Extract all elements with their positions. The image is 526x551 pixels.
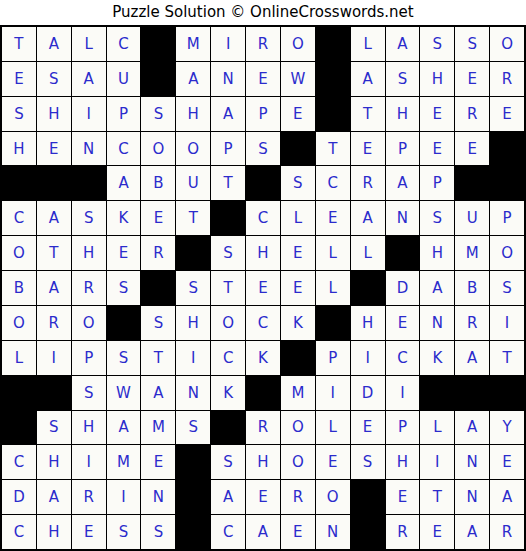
block-cell [2,166,36,200]
letter-cell: P [420,166,454,200]
letter-cell: A [455,341,489,375]
letter-cell: A [37,480,71,514]
letter-cell: L [420,411,454,445]
letter-cell: E [72,515,106,549]
letter-cell: N [316,515,350,549]
block-cell [351,515,385,549]
letter-cell: R [386,515,420,549]
block-cell [141,62,175,96]
letter-cell: C [2,445,36,479]
letter-cell: R [141,236,175,270]
letter-cell: B [455,271,489,305]
letter-cell: A [107,411,141,445]
letter-cell: N [386,201,420,235]
letter-cell: R [490,515,524,549]
letter-cell: E [246,62,280,96]
letter-cell: P [490,201,524,235]
letter-cell: L [316,271,350,305]
letter-cell: S [72,376,106,410]
letter-cell: I [211,27,245,61]
letter-cell: S [176,271,210,305]
letter-cell: N [455,445,489,479]
letter-cell: I [420,445,454,479]
letter-cell: P [386,132,420,166]
letter-cell: S [420,27,454,61]
letter-cell: R [455,306,489,340]
letter-cell: R [72,480,106,514]
letter-cell: P [107,97,141,131]
letter-cell: E [351,411,385,445]
letter-cell: N [176,376,210,410]
letter-cell: E [490,445,524,479]
block-cell [490,376,524,410]
letter-cell: E [420,97,454,131]
letter-cell: A [107,166,141,200]
letter-cell: H [420,236,454,270]
letter-cell: A [37,201,71,235]
block-cell [2,376,36,410]
letter-cell: A [490,480,524,514]
letter-cell: A [351,62,385,96]
letter-cell: B [2,271,36,305]
letter-cell: H [246,445,280,479]
letter-cell: S [386,62,420,96]
letter-cell: C [246,306,280,340]
letter-cell: S [107,271,141,305]
letter-cell: A [176,62,210,96]
letter-cell: H [386,97,420,131]
letter-cell: O [141,132,175,166]
letter-cell: S [246,132,280,166]
letter-cell: P [211,132,245,166]
letter-cell: T [211,271,245,305]
letter-cell: L [2,341,36,375]
letter-cell: I [316,376,350,410]
letter-cell: A [37,271,71,305]
letter-cell: E [246,271,280,305]
letter-cell: E [141,201,175,235]
letter-cell: C [246,201,280,235]
letter-cell: C [211,341,245,375]
letter-cell: E [2,62,36,96]
letter-cell: P [246,97,280,131]
letter-cell: M [281,376,315,410]
letter-cell: E [281,271,315,305]
letter-cell: E [386,480,420,514]
block-cell [455,376,489,410]
block-cell [490,132,524,166]
block-cell [386,236,420,270]
letter-cell: E [281,97,315,131]
letter-cell: I [490,306,524,340]
block-cell [107,306,141,340]
block-cell [246,166,280,200]
block-cell [176,236,210,270]
letter-cell: N [420,306,454,340]
letter-cell: I [386,376,420,410]
letter-cell: L [351,27,385,61]
letter-cell: N [211,62,245,96]
letter-cell: S [141,306,175,340]
letter-cell: M [455,236,489,270]
block-cell [211,411,245,445]
letter-cell: I [72,445,106,479]
letter-cell: H [176,97,210,131]
letter-cell: E [455,132,489,166]
letter-cell: S [351,445,385,479]
letter-cell: A [37,27,71,61]
letter-cell: K [420,341,454,375]
letter-cell: R [351,166,385,200]
letter-cell: R [246,411,280,445]
letter-cell: T [351,97,385,131]
letter-cell: T [141,341,175,375]
letter-cell: S [176,411,210,445]
block-cell [351,480,385,514]
letter-cell: A [351,201,385,235]
letter-cell: O [176,132,210,166]
letter-cell: S [490,271,524,305]
letter-cell: A [72,62,106,96]
block-cell [281,132,315,166]
letter-cell: H [176,306,210,340]
letter-cell: N [141,480,175,514]
letter-cell: A [246,515,280,549]
letter-cell: C [2,515,36,549]
letter-cell: I [37,341,71,375]
letter-cell: R [37,306,71,340]
letter-cell: S [455,27,489,61]
letter-cell: C [316,166,350,200]
letter-cell: H [72,411,106,445]
letter-cell: S [420,201,454,235]
letter-cell: S [107,341,141,375]
block-cell [490,166,524,200]
letter-cell: O [2,236,36,270]
block-cell [176,515,210,549]
letter-cell: T [37,236,71,270]
letter-cell: I [351,341,385,375]
block-cell [2,411,36,445]
letter-cell: E [316,201,350,235]
letter-cell: L [72,27,106,61]
letter-cell: K [246,341,280,375]
letter-cell: B [141,166,175,200]
letter-cell: S [141,515,175,549]
puzzle-solution-page: Puzzle Solution © OnlineCrosswords.net T… [0,0,526,551]
letter-cell: D [386,271,420,305]
letter-cell: C [386,341,420,375]
letter-cell: O [490,27,524,61]
letter-cell: H [72,236,106,270]
letter-cell: O [281,27,315,61]
letter-cell: H [2,132,36,166]
letter-cell: S [141,97,175,131]
letter-cell: P [316,341,350,375]
letter-cell: T [316,132,350,166]
block-cell [37,166,71,200]
letter-cell: R [72,271,106,305]
letter-cell: R [246,27,280,61]
letter-cell: I [176,341,210,375]
letter-cell: S [37,62,71,96]
letter-cell: A [211,480,245,514]
letter-cell: W [281,62,315,96]
letter-cell: H [351,306,385,340]
block-cell [211,201,245,235]
letter-cell: U [107,62,141,96]
letter-cell: D [2,480,36,514]
letter-cell: H [37,445,71,479]
letter-cell: T [490,341,524,375]
letter-cell: C [211,515,245,549]
letter-cell: N [72,132,106,166]
letter-cell: E [316,445,350,479]
letter-cell: I [72,97,106,131]
letter-cell: W [107,376,141,410]
letter-cell: A [455,515,489,549]
block-cell [141,27,175,61]
letter-cell: L [316,411,350,445]
letter-cell: T [176,201,210,235]
block-cell [455,166,489,200]
block-cell [316,62,350,96]
block-cell [72,166,106,200]
letter-cell: H [246,236,280,270]
letter-cell: O [281,411,315,445]
letter-cell: K [107,201,141,235]
letter-cell: S [72,201,106,235]
letter-cell: K [281,306,315,340]
letter-cell: L [351,236,385,270]
letter-cell: L [316,236,350,270]
letter-cell: S [107,515,141,549]
letter-cell: O [72,306,106,340]
block-cell [420,376,454,410]
block-cell [351,271,385,305]
block-cell [281,341,315,375]
letter-cell: E [386,306,420,340]
letter-cell: T [211,166,245,200]
letter-cell: A [386,27,420,61]
letter-cell: T [420,480,454,514]
letter-cell: A [211,97,245,131]
letter-cell: E [455,62,489,96]
letter-cell: A [386,166,420,200]
letter-cell: O [211,306,245,340]
letter-cell: E [107,236,141,270]
letter-cell: T [2,27,36,61]
letter-cell: I [107,480,141,514]
letter-cell: P [72,341,106,375]
letter-cell: M [141,411,175,445]
letter-cell: H [386,445,420,479]
letter-cell: R [490,62,524,96]
letter-cell: C [107,27,141,61]
letter-cell: P [386,411,420,445]
letter-cell: E [490,97,524,131]
letter-cell: E [37,132,71,166]
letter-cell: H [37,515,71,549]
block-cell [316,27,350,61]
page-title: Puzzle Solution © OnlineCrosswords.net [0,0,526,25]
letter-cell: R [455,97,489,131]
letter-cell: D [351,376,385,410]
letter-cell: U [176,166,210,200]
letter-cell: E [281,236,315,270]
letter-cell: H [420,62,454,96]
letter-cell: H [37,97,71,131]
letter-cell: U [455,201,489,235]
letter-cell: E [246,480,280,514]
block-cell [37,376,71,410]
letter-cell: A [420,271,454,305]
letter-cell: E [420,132,454,166]
letter-cell: K [211,376,245,410]
letter-cell: S [37,411,71,445]
letter-cell: S [211,445,245,479]
letter-cell: S [281,166,315,200]
crossword-grid: TALCMIROLASSOESAUANEWASHERSHIPSHAPETHERE… [0,25,526,551]
letter-cell: M [176,27,210,61]
letter-cell: N [455,480,489,514]
letter-cell: O [2,306,36,340]
block-cell [316,306,350,340]
letter-cell: E [351,132,385,166]
letter-cell: M [107,445,141,479]
letter-cell: O [316,480,350,514]
letter-cell: L [281,201,315,235]
letter-cell: O [490,236,524,270]
letter-cell: S [211,236,245,270]
block-cell [316,97,350,131]
letter-cell: S [2,97,36,131]
letter-cell: E [420,515,454,549]
letter-cell: E [281,515,315,549]
block-cell [246,376,280,410]
block-cell [176,445,210,479]
letter-cell: O [281,445,315,479]
letter-cell: A [141,376,175,410]
letter-cell: A [455,411,489,445]
block-cell [176,480,210,514]
letter-cell: Y [490,411,524,445]
letter-cell: C [2,201,36,235]
letter-cell: R [281,480,315,514]
block-cell [141,271,175,305]
letter-cell: E [141,445,175,479]
letter-cell: C [107,132,141,166]
